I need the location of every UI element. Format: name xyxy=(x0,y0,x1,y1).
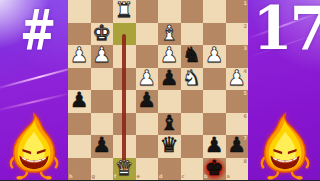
square-d6[interactable]: ♝ xyxy=(158,113,181,136)
square-c7[interactable] xyxy=(181,135,204,158)
square-h8[interactable]: h xyxy=(68,158,91,181)
piece-black-king[interactable]: ♚ xyxy=(205,158,224,179)
square-g3[interactable]: ♟ xyxy=(91,45,114,68)
rank-label: 3 xyxy=(244,46,247,51)
square-b4[interactable] xyxy=(203,68,226,91)
piece-black-bishop[interactable]: ♝ xyxy=(160,113,179,134)
piece-white-pawn[interactable]: ♟ xyxy=(205,45,224,66)
square-h2[interactable] xyxy=(68,23,91,46)
piece-black-pawn[interactable]: ♟ xyxy=(227,135,246,156)
square-g7[interactable]: ♟ xyxy=(91,135,114,158)
background-streak xyxy=(0,92,73,112)
square-h1[interactable] xyxy=(68,0,91,23)
square-e3[interactable] xyxy=(136,45,159,68)
rank-label: 8 xyxy=(244,159,247,164)
square-e8[interactable]: e xyxy=(136,158,159,181)
square-a6[interactable]: 6 xyxy=(226,113,249,136)
square-c8[interactable]: c xyxy=(181,158,204,181)
file-label: g xyxy=(92,174,96,179)
piece-black-knight[interactable]: ♞ xyxy=(182,45,201,66)
piece-white-pawn[interactable]: ♟ xyxy=(92,45,111,66)
file-label: h xyxy=(69,174,73,179)
chess-board: ♜1♚♝2♟♟♟♞♟3♟♟♞♟4♟♟5♝6♟♛♟♟7hg♛fedc♚b8a xyxy=(68,0,248,180)
square-h5[interactable]: ♟ xyxy=(68,90,91,113)
file-label: d xyxy=(159,174,163,179)
square-c1[interactable] xyxy=(181,0,204,23)
square-f8[interactable]: ♛f xyxy=(113,158,136,181)
rank-label: 1 xyxy=(244,1,247,6)
square-e7[interactable] xyxy=(136,135,159,158)
square-g4[interactable] xyxy=(91,68,114,91)
square-d7[interactable]: ♛ xyxy=(158,135,181,158)
square-d8[interactable]: d xyxy=(158,158,181,181)
piece-black-pawn[interactable]: ♟ xyxy=(137,90,156,111)
square-f1[interactable]: ♜ xyxy=(113,0,136,23)
square-g8[interactable]: g xyxy=(91,158,114,181)
square-a2[interactable]: 2 xyxy=(226,23,249,46)
square-c2[interactable] xyxy=(181,23,204,46)
file-label: e xyxy=(137,174,140,179)
square-d3[interactable]: ♟ xyxy=(158,45,181,68)
rank-label: 5 xyxy=(244,91,247,96)
square-d2[interactable]: ♝ xyxy=(158,23,181,46)
square-g6[interactable] xyxy=(91,113,114,136)
piece-black-pawn[interactable]: ♟ xyxy=(205,135,224,156)
piece-black-queen[interactable]: ♛ xyxy=(160,135,179,156)
square-g1[interactable] xyxy=(91,0,114,23)
piece-white-king[interactable]: ♚ xyxy=(92,23,111,44)
piece-white-rook[interactable]: ♜ xyxy=(115,0,134,21)
piece-white-pawn[interactable]: ♟ xyxy=(70,45,89,66)
square-b1[interactable] xyxy=(203,0,226,23)
square-d1[interactable] xyxy=(158,0,181,23)
piece-black-pawn[interactable]: ♟ xyxy=(160,68,179,89)
file-label: a xyxy=(227,174,230,179)
square-b6[interactable] xyxy=(203,113,226,136)
square-g5[interactable] xyxy=(91,90,114,113)
square-a1[interactable]: 1 xyxy=(226,0,249,23)
square-h4[interactable] xyxy=(68,68,91,91)
file-label: c xyxy=(182,174,185,179)
square-e2[interactable] xyxy=(136,23,159,46)
piece-black-pawn[interactable]: ♟ xyxy=(92,135,111,156)
square-a4[interactable]: ♟4 xyxy=(226,68,249,91)
square-b2[interactable] xyxy=(203,23,226,46)
square-a7[interactable]: ♟7 xyxy=(226,135,249,158)
piece-white-pawn[interactable]: ♟ xyxy=(160,45,179,66)
square-c6[interactable] xyxy=(181,113,204,136)
square-d4[interactable]: ♟ xyxy=(158,68,181,91)
square-b7[interactable]: ♟ xyxy=(203,135,226,158)
square-h6[interactable] xyxy=(68,113,91,136)
square-e6[interactable] xyxy=(136,113,159,136)
flame-mascot-icon xyxy=(257,112,313,180)
square-g2[interactable]: ♚ xyxy=(91,23,114,46)
square-d5[interactable] xyxy=(158,90,181,113)
piece-white-bishop[interactable]: ♝ xyxy=(160,23,179,44)
square-b8[interactable]: ♚b xyxy=(203,158,226,181)
square-a8[interactable]: 8a xyxy=(226,158,249,181)
square-c3[interactable]: ♞ xyxy=(181,45,204,68)
square-h7[interactable] xyxy=(68,135,91,158)
square-b3[interactable]: ♟ xyxy=(203,45,226,68)
square-e1[interactable] xyxy=(136,0,159,23)
piece-white-queen[interactable]: ♛ xyxy=(115,158,134,179)
square-c4[interactable]: ♞ xyxy=(181,68,204,91)
thumbnail-stage: # 17 ♜1♚♝2♟♟♟♞♟3♟♟♞♟4♟♟5♝6♟♛♟♟7hg♛fedc♚b… xyxy=(0,0,320,180)
episode-number: 17 xyxy=(253,0,317,61)
piece-white-pawn[interactable]: ♟ xyxy=(227,68,246,89)
piece-white-pawn[interactable]: ♟ xyxy=(137,68,156,89)
square-b5[interactable] xyxy=(203,90,226,113)
square-h3[interactable]: ♟ xyxy=(68,45,91,68)
checkmate-hash-symbol: # xyxy=(18,2,58,59)
square-e4[interactable]: ♟ xyxy=(136,68,159,91)
move-arrow xyxy=(122,34,126,163)
square-a3[interactable]: 3 xyxy=(226,45,249,68)
square-e5[interactable]: ♟ xyxy=(136,90,159,113)
piece-black-pawn[interactable]: ♟ xyxy=(70,90,89,111)
rank-label: 6 xyxy=(244,114,247,119)
flame-mascot-icon xyxy=(6,112,62,180)
square-a5[interactable]: 5 xyxy=(226,90,249,113)
piece-white-knight[interactable]: ♞ xyxy=(182,68,201,89)
square-c5[interactable] xyxy=(181,90,204,113)
rank-label: 2 xyxy=(244,24,247,29)
